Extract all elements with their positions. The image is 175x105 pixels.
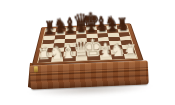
square-d1: ♛: [75, 56, 87, 62]
piece-black-rook-a8: ♜: [44, 19, 56, 32]
square-e1: ♚: [87, 55, 100, 61]
square-c1: ♝: [63, 56, 75, 62]
square-f1: ♝: [99, 54, 112, 60]
chess-set-photo: ♜♞♝♛♚♝♞♜♟♟♟♟♟♟♟♟♟♟♟♟♟♟♟♟♜♞♝♛♚♝♞♜: [0, 0, 175, 105]
square-a1: ♜: [38, 57, 51, 63]
scene-tilt: ♜♞♝♛♚♝♞♜♟♟♟♟♟♟♟♟♟♟♟♟♟♟♟♟♜♞♝♛♚♝♞♜: [0, 0, 175, 105]
chess-box-lid: ♜♞♝♛♚♝♞♜♟♟♟♟♟♟♟♟♟♟♟♟♟♟♟♟♜♞♝♛♚♝♞♜: [32, 23, 144, 65]
brass-latch: [34, 66, 38, 72]
chess-board: ♜♞♝♛♚♝♞♜♟♟♟♟♟♟♟♟♟♟♟♟♟♟♟♟♜♞♝♛♚♝♞♜: [37, 25, 138, 63]
square-f4: [98, 41, 110, 46]
square-b1: ♞: [51, 57, 64, 63]
piece-black-rook-h8: ♜: [116, 16, 128, 29]
square-h1: ♜: [123, 53, 137, 58]
